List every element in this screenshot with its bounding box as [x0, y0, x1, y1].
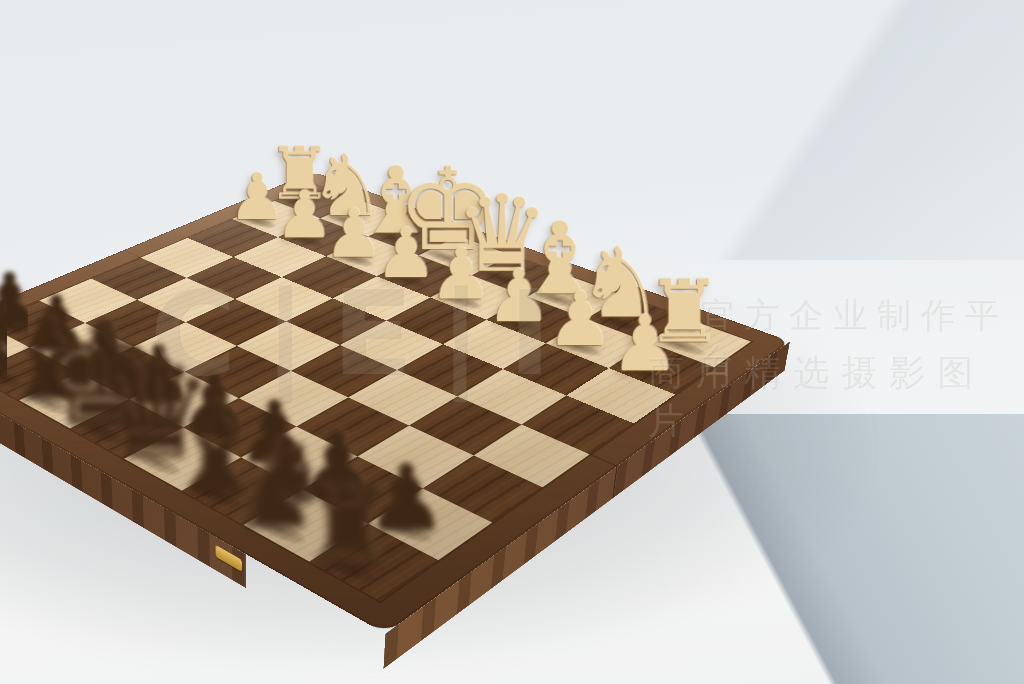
chess-board: ♜♞♝♚♛♝♞♜♟♟♟♟♟♟♟♟♟♟♟♟♟♟♟♟♜♞♝♚♛♝♞♜	[0, 172, 790, 634]
piece-black-rook-a8[interactable]: ♜	[299, 475, 397, 579]
fold-seam-left	[123, 250, 143, 259]
piece-white-pawn-b2[interactable]: ♟	[546, 283, 613, 354]
piece-white-pawn-c2[interactable]: ♟	[486, 261, 551, 330]
scene-3d: ♜♞♝♚♛♝♞♜♟♟♟♟♟♟♟♟♟♟♟♟♟♟♟♟♜♞♝♚♛♝♞♜	[0, 0, 1024, 684]
piece-white-pawn-a2[interactable]: ♟	[610, 306, 679, 379]
piece-white-pawn-d2[interactable]: ♟	[429, 240, 493, 307]
piece-white-pawn-e2[interactable]: ♟	[375, 220, 437, 286]
fold-seam-side	[612, 466, 618, 499]
fold-seam-right	[587, 453, 617, 467]
chess-board-squares: ♜♞♝♚♛♝♞♜♟♟♟♟♟♟♟♟♟♟♟♟♟♟♟♟♜♞♝♚♛♝♞♜	[0, 184, 751, 601]
photo-stage: ♜♞♝♚♛♝♞♜♟♟♟♟♟♟♟♟♟♟♟♟♟♟♟♟♜♞♝♚♛♝♞♜ C|E|I 官…	[0, 0, 1024, 684]
